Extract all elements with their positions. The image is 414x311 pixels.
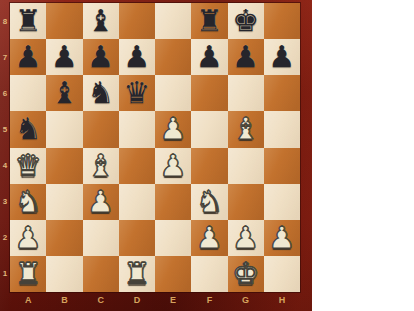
square-a5[interactable]: ♞ xyxy=(10,111,46,147)
square-f7[interactable]: ♟ xyxy=(191,39,227,75)
square-g6[interactable] xyxy=(228,75,264,111)
square-a1[interactable]: ♜ xyxy=(10,256,46,292)
white-pawn-c3[interactable]: ♟ xyxy=(87,184,114,220)
white-pawn-e5[interactable]: ♟ xyxy=(160,111,187,147)
square-g1[interactable]: ♚ xyxy=(228,256,264,292)
file-label-a: A xyxy=(10,292,46,309)
square-c8[interactable]: ♝ xyxy=(83,3,119,39)
square-a7[interactable]: ♟ xyxy=(10,39,46,75)
square-b6[interactable]: ♝ xyxy=(46,75,82,111)
square-f5[interactable] xyxy=(191,111,227,147)
file-label-e: E xyxy=(155,292,191,309)
square-a6[interactable] xyxy=(10,75,46,111)
white-bishop-g5[interactable]: ♝ xyxy=(232,111,259,147)
square-e1[interactable] xyxy=(155,256,191,292)
black-rook-f8[interactable]: ♜ xyxy=(196,3,223,39)
square-c3[interactable]: ♟ xyxy=(83,184,119,220)
white-pawn-e4[interactable]: ♟ xyxy=(160,148,187,184)
file-label-g: G xyxy=(228,292,264,309)
rank-label-8: 8 xyxy=(0,3,10,39)
square-g2[interactable]: ♟ xyxy=(228,220,264,256)
file-label-d: D xyxy=(119,292,155,309)
square-h8[interactable] xyxy=(264,3,300,39)
black-pawn-c7[interactable]: ♟ xyxy=(87,39,114,75)
black-knight-a5[interactable]: ♞ xyxy=(15,111,42,147)
white-pawn-h2[interactable]: ♟ xyxy=(268,220,295,256)
square-c2[interactable] xyxy=(83,220,119,256)
square-f3[interactable]: ♞ xyxy=(191,184,227,220)
square-a8[interactable]: ♜ xyxy=(10,3,46,39)
rank-label-7: 7 xyxy=(0,39,10,75)
square-a2[interactable]: ♟ xyxy=(10,220,46,256)
square-h1[interactable] xyxy=(264,256,300,292)
square-g7[interactable]: ♟ xyxy=(228,39,264,75)
square-d2[interactable] xyxy=(119,220,155,256)
file-label-c: C xyxy=(83,292,119,309)
white-bishop-c4[interactable]: ♝ xyxy=(87,148,114,184)
white-knight-f3[interactable]: ♞ xyxy=(196,184,223,220)
square-c5[interactable] xyxy=(83,111,119,147)
white-queen-a4[interactable]: ♛ xyxy=(15,148,42,184)
square-e6[interactable] xyxy=(155,75,191,111)
square-h4[interactable] xyxy=(264,148,300,184)
white-pawn-g2[interactable]: ♟ xyxy=(232,220,259,256)
black-pawn-f7[interactable]: ♟ xyxy=(196,39,223,75)
square-b8[interactable] xyxy=(46,3,82,39)
square-h5[interactable] xyxy=(264,111,300,147)
square-f1[interactable] xyxy=(191,256,227,292)
square-g8[interactable]: ♚ xyxy=(228,3,264,39)
square-d1[interactable]: ♜ xyxy=(119,256,155,292)
rank-label-1: 1 xyxy=(0,256,10,292)
white-rook-d1[interactable]: ♜ xyxy=(123,256,150,292)
rank-label-5: 5 xyxy=(0,111,10,147)
rank-label-3: 3 xyxy=(0,184,10,220)
rank-label-2: 2 xyxy=(0,220,10,256)
square-g4[interactable] xyxy=(228,148,264,184)
square-f2[interactable]: ♟ xyxy=(191,220,227,256)
square-h2[interactable]: ♟ xyxy=(264,220,300,256)
square-d8[interactable] xyxy=(119,3,155,39)
square-e2[interactable] xyxy=(155,220,191,256)
square-e8[interactable] xyxy=(155,3,191,39)
square-e3[interactable] xyxy=(155,184,191,220)
square-d6[interactable]: ♛ xyxy=(119,75,155,111)
square-h7[interactable]: ♟ xyxy=(264,39,300,75)
square-b4[interactable] xyxy=(46,148,82,184)
file-label-h: H xyxy=(264,292,300,309)
square-b2[interactable] xyxy=(46,220,82,256)
file-label-b: B xyxy=(46,292,82,309)
square-g3[interactable] xyxy=(228,184,264,220)
black-pawn-d7[interactable]: ♟ xyxy=(123,39,150,75)
black-rook-a8[interactable]: ♜ xyxy=(15,3,42,39)
square-d5[interactable] xyxy=(119,111,155,147)
square-f4[interactable] xyxy=(191,148,227,184)
rank-labels: 87654321 xyxy=(0,3,10,292)
square-c4[interactable]: ♝ xyxy=(83,148,119,184)
square-c1[interactable] xyxy=(83,256,119,292)
black-bishop-c8[interactable]: ♝ xyxy=(87,3,114,39)
black-king-g8[interactable]: ♚ xyxy=(232,3,259,39)
square-b5[interactable] xyxy=(46,111,82,147)
white-knight-a3[interactable]: ♞ xyxy=(15,184,42,220)
square-h6[interactable] xyxy=(264,75,300,111)
square-f6[interactable] xyxy=(191,75,227,111)
black-pawn-a7[interactable]: ♟ xyxy=(15,39,42,75)
square-a3[interactable]: ♞ xyxy=(10,184,46,220)
white-pawn-a2[interactable]: ♟ xyxy=(15,220,42,256)
square-e7[interactable] xyxy=(155,39,191,75)
white-rook-a1[interactable]: ♜ xyxy=(15,256,42,292)
square-h3[interactable] xyxy=(264,184,300,220)
square-b1[interactable] xyxy=(46,256,82,292)
square-b3[interactable] xyxy=(46,184,82,220)
square-d3[interactable] xyxy=(119,184,155,220)
white-king-g1[interactable]: ♚ xyxy=(232,256,259,292)
rank-label-4: 4 xyxy=(0,148,10,184)
rank-label-6: 6 xyxy=(0,75,10,111)
black-bishop-b6[interactable]: ♝ xyxy=(51,75,78,111)
black-queen-d6[interactable]: ♛ xyxy=(123,75,150,111)
black-pawn-b7[interactable]: ♟ xyxy=(51,39,78,75)
square-c6[interactable]: ♞ xyxy=(83,75,119,111)
square-d4[interactable] xyxy=(119,148,155,184)
square-a4[interactable]: ♛ xyxy=(10,148,46,184)
square-e4[interactable]: ♟ xyxy=(155,148,191,184)
chess-board: 87654321 ♜♝♜♚♟♟♟♟♟♟♟♝♞♛♞♟♝♛♝♟♞♟♞♟♟♟♟♜♜♚ … xyxy=(0,0,312,311)
page: 87654321 ♜♝♜♚♟♟♟♟♟♟♟♝♞♛♞♟♝♛♝♟♞♟♞♟♟♟♟♜♜♚ … xyxy=(0,0,414,311)
square-e5[interactable]: ♟ xyxy=(155,111,191,147)
square-b7[interactable]: ♟ xyxy=(46,39,82,75)
file-labels: ABCDEFGH xyxy=(10,292,300,309)
board-squares: ♜♝♜♚♟♟♟♟♟♟♟♝♞♛♞♟♝♛♝♟♞♟♞♟♟♟♟♜♜♚ xyxy=(10,3,300,292)
square-d7[interactable]: ♟ xyxy=(119,39,155,75)
white-pawn-f2[interactable]: ♟ xyxy=(196,220,223,256)
black-pawn-g7[interactable]: ♟ xyxy=(232,39,259,75)
black-knight-c6[interactable]: ♞ xyxy=(87,75,114,111)
black-pawn-h7[interactable]: ♟ xyxy=(268,39,295,75)
square-c7[interactable]: ♟ xyxy=(83,39,119,75)
square-f8[interactable]: ♜ xyxy=(191,3,227,39)
file-label-f: F xyxy=(191,292,227,309)
square-g5[interactable]: ♝ xyxy=(228,111,264,147)
